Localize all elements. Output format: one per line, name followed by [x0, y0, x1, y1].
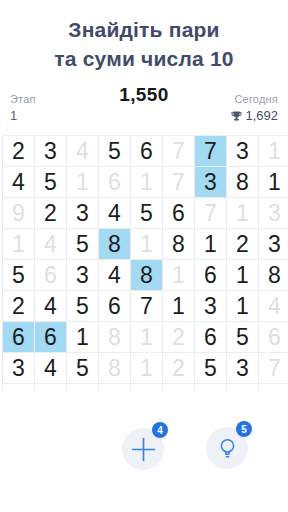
grid-cell-partial [99, 384, 131, 391]
grid-cell[interactable]: 1 [227, 260, 259, 291]
title-line-1: Знайдіть пари [0, 15, 288, 44]
grid-cell: 1 [163, 260, 195, 291]
grid-cell[interactable]: 3 [67, 260, 99, 291]
add-count-badge: 4 [152, 422, 168, 438]
grid-cell[interactable]: 5 [35, 167, 67, 198]
grid-cell[interactable]: 6 [195, 260, 227, 291]
grid-cell[interactable]: 8 [227, 167, 259, 198]
grid-cell[interactable]: 4 [35, 291, 67, 322]
grid-cell: 4 [67, 136, 99, 167]
grid-cell: 7 [163, 167, 195, 198]
grid-cell[interactable]: 3 [35, 136, 67, 167]
grid-cell[interactable]: 3 [3, 353, 35, 384]
grid-cell: 8 [99, 353, 131, 384]
grid-cell-partial [163, 384, 195, 391]
lightbulb-icon [216, 437, 239, 460]
grid-cell[interactable]: 6 [99, 291, 131, 322]
today-value: 1,692 [245, 108, 278, 123]
hint-button[interactable]: 5 [206, 427, 248, 469]
grid-cell[interactable]: 5 [3, 260, 35, 291]
grid-cell[interactable]: 8 [99, 229, 131, 260]
grid-cell: 1 [3, 229, 35, 260]
trophy-icon [231, 111, 242, 122]
stage-label: Этап [10, 93, 36, 105]
grid-cell-partial [35, 384, 67, 391]
grid-cell[interactable]: 5 [195, 353, 227, 384]
stage-block: Этап 1 [10, 93, 36, 123]
grid-cell: 6 [99, 167, 131, 198]
plus-icon [131, 437, 156, 462]
grid-cell[interactable]: 4 [3, 167, 35, 198]
grid-cell[interactable]: 5 [227, 322, 259, 353]
grid-cell[interactable]: 3 [227, 353, 259, 384]
grid-cell[interactable]: 1 [227, 291, 259, 322]
grid-cell[interactable]: 8 [131, 260, 163, 291]
grid-cell[interactable]: 2 [3, 136, 35, 167]
grid-cell[interactable]: 5 [67, 353, 99, 384]
grid-cell[interactable]: 3 [195, 291, 227, 322]
grid-cell: 6 [35, 260, 67, 291]
grid-cell-partial [3, 384, 35, 391]
grid-cell: 1 [67, 167, 99, 198]
grid-cell[interactable]: 1 [67, 322, 99, 353]
grid-cell[interactable]: 8 [259, 260, 288, 291]
grid-cell: 4 [35, 229, 67, 260]
grid-cell: 7 [163, 136, 195, 167]
grid-cell: 7 [195, 198, 227, 229]
grid-cell[interactable]: 8 [163, 229, 195, 260]
grid-cell: 6 [259, 322, 288, 353]
grid-cell[interactable]: 4 [99, 260, 131, 291]
grid-cell[interactable]: 3 [227, 136, 259, 167]
stats-bar: 1,550 Этап 1 Сегодня 1,692 [0, 84, 288, 130]
stage-value: 1 [10, 108, 36, 123]
grid-cell: 1 [131, 353, 163, 384]
grid-cell-partial [227, 384, 259, 391]
grid-cell[interactable]: 6 [195, 322, 227, 353]
grid-cell[interactable]: 2 [3, 291, 35, 322]
number-grid: 2345677314516173819234567131458181235634… [2, 135, 288, 391]
grid-cell[interactable]: 7 [131, 291, 163, 322]
grid-cell[interactable]: 6 [35, 322, 67, 353]
grid-cell[interactable]: 7 [195, 136, 227, 167]
grid-cell: 1 [131, 322, 163, 353]
grid-cell-partial [67, 384, 99, 391]
grid-cell[interactable]: 3 [195, 167, 227, 198]
grid-cell-partial [195, 384, 227, 391]
grid-cell: 1 [259, 136, 288, 167]
grid-cell[interactable]: 5 [131, 198, 163, 229]
today-label: Сегодня [231, 93, 278, 105]
grid-cell: 2 [163, 322, 195, 353]
grid-cell: 9 [3, 198, 35, 229]
add-numbers-button[interactable]: 4 [122, 428, 164, 470]
grid-cell[interactable]: 5 [67, 291, 99, 322]
hint-count-badge: 5 [236, 421, 252, 437]
grid-cell[interactable]: 2 [227, 229, 259, 260]
grid-cell[interactable]: 5 [67, 229, 99, 260]
grid-cell[interactable]: 6 [163, 198, 195, 229]
grid-cell[interactable]: 1 [259, 167, 288, 198]
grid-cell-partial [131, 384, 163, 391]
grid-cell[interactable]: 3 [67, 198, 99, 229]
grid-cell[interactable]: 6 [3, 322, 35, 353]
grid-cell: 1 [227, 198, 259, 229]
grid-cell[interactable]: 3 [259, 229, 288, 260]
grid-cell: 2 [163, 353, 195, 384]
grid-cell-partial [259, 384, 288, 391]
grid-cell[interactable]: 6 [131, 136, 163, 167]
grid-cell: 8 [99, 322, 131, 353]
today-block: Сегодня 1,692 [231, 93, 278, 123]
page-title: Знайдіть пари та суми числа 10 [0, 0, 288, 73]
grid-cell: 1 [131, 167, 163, 198]
grid-cell[interactable]: 4 [35, 353, 67, 384]
title-line-2: та суми числа 10 [0, 44, 288, 73]
grid-cell: 4 [259, 291, 288, 322]
grid-cell[interactable]: 2 [35, 198, 67, 229]
grid-cell: 1 [131, 229, 163, 260]
grid-cell[interactable]: 1 [163, 291, 195, 322]
grid-cell[interactable]: 1 [195, 229, 227, 260]
today-score: 1,692 [231, 108, 278, 123]
grid-cell[interactable]: 4 [99, 198, 131, 229]
grid-cell: 7 [259, 353, 288, 384]
grid-cell: 3 [259, 198, 288, 229]
grid-cell[interactable]: 5 [99, 136, 131, 167]
